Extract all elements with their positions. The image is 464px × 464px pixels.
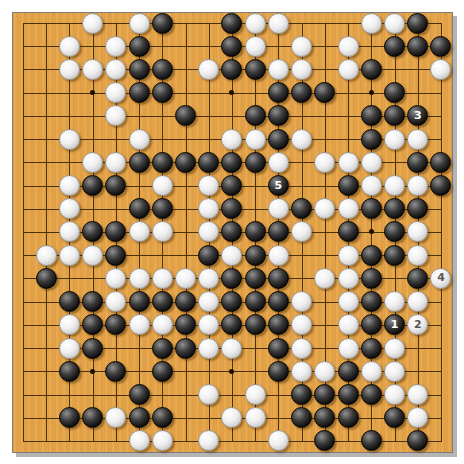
black-stone xyxy=(338,361,359,382)
white-stone xyxy=(338,245,359,266)
black-stone xyxy=(407,268,428,289)
white-stone xyxy=(59,59,80,80)
white-stone xyxy=(59,36,80,57)
white-stone xyxy=(338,198,359,219)
white-stone xyxy=(59,175,80,196)
black-stone: 5 xyxy=(268,175,289,196)
black-stone xyxy=(175,291,196,312)
black-stone xyxy=(268,268,289,289)
black-stone xyxy=(198,152,219,173)
black-stone xyxy=(268,291,289,312)
white-stone xyxy=(129,430,150,451)
move-number-label: 3 xyxy=(408,110,427,121)
white-stone xyxy=(245,13,266,34)
black-stone xyxy=(384,245,405,266)
go-board[interactable]: 35412 xyxy=(12,12,453,453)
black-stone xyxy=(175,152,196,173)
black-stone xyxy=(361,245,382,266)
white-stone xyxy=(291,361,312,382)
white-stone xyxy=(268,59,289,80)
black-stone xyxy=(129,291,150,312)
white-stone xyxy=(82,245,103,266)
black-stone xyxy=(36,268,57,289)
black-stone xyxy=(59,291,80,312)
white-stone xyxy=(129,129,150,150)
white-stone xyxy=(384,175,405,196)
black-stone xyxy=(245,105,266,126)
black-stone xyxy=(268,338,289,359)
black-stone xyxy=(82,338,103,359)
white-stone xyxy=(338,59,359,80)
black-stone xyxy=(129,59,150,80)
white-stone xyxy=(59,245,80,266)
white-stone xyxy=(129,268,150,289)
star-point xyxy=(90,369,95,374)
black-stone xyxy=(59,361,80,382)
black-stone xyxy=(291,384,312,405)
black-stone xyxy=(268,361,289,382)
black-stone xyxy=(152,407,173,428)
white-stone xyxy=(198,338,219,359)
black-stone xyxy=(361,338,382,359)
white-stone xyxy=(407,245,428,266)
white-stone xyxy=(361,175,382,196)
black-stone xyxy=(361,268,382,289)
black-stone xyxy=(129,384,150,405)
white-stone xyxy=(105,36,126,57)
white-stone xyxy=(36,245,57,266)
white-stone xyxy=(338,268,359,289)
black-stone xyxy=(129,152,150,173)
white-stone xyxy=(384,361,405,382)
white-stone xyxy=(291,129,312,150)
white-stone xyxy=(129,314,150,335)
black-stone xyxy=(361,291,382,312)
black-stone xyxy=(129,407,150,428)
white-stone xyxy=(59,129,80,150)
black-stone xyxy=(245,152,266,173)
white-stone xyxy=(245,36,266,57)
white-stone xyxy=(338,36,359,57)
white-stone xyxy=(338,152,359,173)
white-stone xyxy=(384,13,405,34)
white-stone xyxy=(221,338,242,359)
black-stone xyxy=(175,338,196,359)
white-stone xyxy=(384,291,405,312)
white-stone xyxy=(152,268,173,289)
white-stone xyxy=(245,129,266,150)
black-stone xyxy=(268,82,289,103)
black-stone xyxy=(129,36,150,57)
black-stone xyxy=(407,13,428,34)
white-stone xyxy=(338,291,359,312)
white-stone xyxy=(291,59,312,80)
black-stone xyxy=(152,82,173,103)
black-stone xyxy=(152,291,173,312)
black-stone xyxy=(361,198,382,219)
black-stone xyxy=(338,407,359,428)
white-stone xyxy=(268,245,289,266)
black-stone xyxy=(338,221,359,242)
black-stone xyxy=(105,245,126,266)
black-stone xyxy=(338,384,359,405)
move-number-label: 5 xyxy=(269,180,288,191)
white-stone xyxy=(384,129,405,150)
white-stone xyxy=(384,384,405,405)
black-stone xyxy=(221,13,242,34)
move-number-label: 2 xyxy=(408,319,427,330)
black-stone xyxy=(129,82,150,103)
black-stone xyxy=(361,384,382,405)
grid-line xyxy=(441,23,442,442)
white-stone xyxy=(221,129,242,150)
black-stone xyxy=(198,245,219,266)
black-stone xyxy=(407,36,428,57)
black-stone xyxy=(245,245,266,266)
black-stone xyxy=(245,268,266,289)
white-stone xyxy=(82,59,103,80)
black-stone xyxy=(152,13,173,34)
white-stone xyxy=(407,129,428,150)
white-stone xyxy=(245,384,266,405)
black-stone xyxy=(152,59,173,80)
black-stone xyxy=(407,152,428,173)
white-stone xyxy=(175,268,196,289)
white-stone xyxy=(152,175,173,196)
white-stone xyxy=(82,13,103,34)
black-stone xyxy=(245,59,266,80)
black-stone xyxy=(361,129,382,150)
black-stone xyxy=(268,129,289,150)
move-number-label: 4 xyxy=(431,272,450,283)
white-stone xyxy=(82,152,103,173)
white-stone xyxy=(291,338,312,359)
black-stone xyxy=(152,152,173,173)
black-stone xyxy=(245,314,266,335)
white-stone xyxy=(59,338,80,359)
white-stone xyxy=(384,338,405,359)
star-point xyxy=(369,90,374,95)
black-stone xyxy=(152,338,173,359)
black-stone xyxy=(338,175,359,196)
white-stone xyxy=(268,152,289,173)
white-stone xyxy=(129,13,150,34)
white-stone xyxy=(291,36,312,57)
black-stone xyxy=(361,59,382,80)
white-stone xyxy=(361,361,382,382)
black-stone xyxy=(152,198,173,219)
black-stone xyxy=(384,36,405,57)
white-stone xyxy=(361,152,382,173)
white-stone xyxy=(268,198,289,219)
black-stone xyxy=(245,291,266,312)
white-stone xyxy=(268,13,289,34)
black-stone xyxy=(129,198,150,219)
go-diagram: 35412 xyxy=(0,0,464,464)
white-stone xyxy=(361,13,382,34)
white-stone xyxy=(129,221,150,242)
white-stone xyxy=(338,338,359,359)
white-stone xyxy=(338,314,359,335)
white-stone xyxy=(198,268,219,289)
move-number-label: 1 xyxy=(385,319,404,330)
black-stone xyxy=(152,361,173,382)
white-stone xyxy=(245,407,266,428)
